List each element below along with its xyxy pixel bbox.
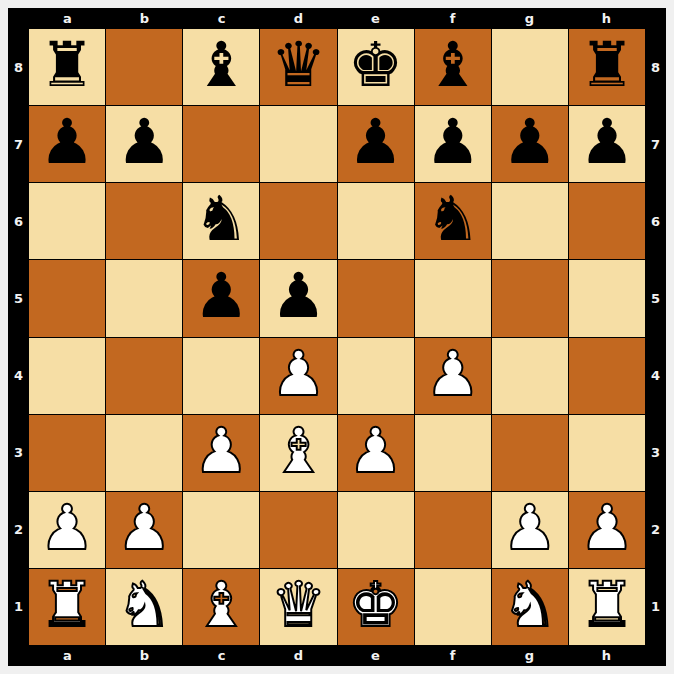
piece-black-pawn[interactable]: ♟	[271, 265, 327, 327]
rank-label-2: 2	[645, 491, 666, 568]
piece-black-pawn[interactable]: ♟	[425, 111, 481, 173]
square-e2[interactable]	[338, 492, 414, 568]
rank-labels-right: 87654321	[645, 29, 666, 645]
square-d3[interactable]: ♝	[260, 415, 336, 491]
file-label-e: e	[337, 645, 414, 666]
square-c1[interactable]: ♝	[183, 569, 259, 645]
file-label-f: f	[414, 8, 491, 29]
square-f4[interactable]: ♟	[415, 338, 491, 414]
square-c2[interactable]	[183, 492, 259, 568]
square-h4[interactable]	[569, 338, 645, 414]
piece-black-knight[interactable]: ♞	[194, 188, 250, 250]
square-f1[interactable]	[415, 569, 491, 645]
rank-label-5: 5	[8, 260, 29, 337]
piece-white-pawn[interactable]: ♟	[348, 420, 404, 482]
square-f7[interactable]: ♟	[415, 106, 491, 182]
piece-black-rook[interactable]: ♜	[579, 34, 635, 96]
square-c4[interactable]	[183, 338, 259, 414]
piece-white-pawn[interactable]: ♟	[116, 497, 172, 559]
square-d2[interactable]	[260, 492, 336, 568]
square-h3[interactable]	[569, 415, 645, 491]
square-h5[interactable]	[569, 260, 645, 336]
piece-white-pawn[interactable]: ♟	[502, 497, 558, 559]
square-h7[interactable]: ♟	[569, 106, 645, 182]
piece-white-knight[interactable]: ♞	[502, 574, 558, 636]
file-label-f: f	[414, 645, 491, 666]
rank-label-7: 7	[8, 106, 29, 183]
file-label-h: h	[568, 645, 645, 666]
square-e1[interactable]: ♚	[338, 569, 414, 645]
rank-label-1: 1	[8, 568, 29, 645]
square-g5[interactable]	[492, 260, 568, 336]
piece-white-pawn[interactable]: ♟	[194, 420, 250, 482]
rank-label-3: 3	[8, 414, 29, 491]
square-g2[interactable]: ♟	[492, 492, 568, 568]
square-b7[interactable]: ♟	[106, 106, 182, 182]
file-label-c: c	[183, 8, 260, 29]
piece-black-pawn[interactable]: ♟	[348, 111, 404, 173]
piece-black-bishop[interactable]: ♝	[194, 34, 250, 96]
file-label-a: a	[29, 8, 106, 29]
piece-white-pawn[interactable]: ♟	[579, 497, 635, 559]
rank-label-6: 6	[8, 183, 29, 260]
piece-black-pawn[interactable]: ♟	[579, 111, 635, 173]
piece-black-pawn[interactable]: ♟	[39, 111, 95, 173]
piece-black-pawn[interactable]: ♟	[116, 111, 172, 173]
piece-white-queen[interactable]: ♛	[271, 574, 327, 636]
chess-board-frame: abcdefgh abcdefgh 87654321 87654321 ♜♝♛♚…	[8, 8, 666, 666]
file-labels-top: abcdefgh	[29, 8, 645, 29]
rank-label-4: 4	[8, 337, 29, 414]
rank-labels-left: 87654321	[8, 29, 29, 645]
rank-label-8: 8	[645, 29, 666, 106]
file-labels-bottom: abcdefgh	[29, 645, 645, 666]
square-f3[interactable]	[415, 415, 491, 491]
piece-white-bishop[interactable]: ♝	[194, 574, 250, 636]
square-a5[interactable]	[29, 260, 105, 336]
square-a1[interactable]: ♜	[29, 569, 105, 645]
chess-board: ♜♝♛♚♝♜♟♟♟♟♟♟♞♞♟♟♟♟♟♝♟♟♟♟♟♜♞♝♛♚♞♜	[29, 29, 645, 645]
piece-white-pawn[interactable]: ♟	[271, 343, 327, 405]
piece-black-king[interactable]: ♚	[348, 34, 404, 96]
square-e8[interactable]: ♚	[338, 29, 414, 105]
square-d4[interactable]: ♟	[260, 338, 336, 414]
rank-label-2: 2	[8, 491, 29, 568]
square-b2[interactable]: ♟	[106, 492, 182, 568]
square-c5[interactable]: ♟	[183, 260, 259, 336]
rank-label-4: 4	[645, 337, 666, 414]
square-f5[interactable]	[415, 260, 491, 336]
piece-white-rook[interactable]: ♜	[579, 574, 635, 636]
square-b1[interactable]: ♞	[106, 569, 182, 645]
square-h1[interactable]: ♜	[569, 569, 645, 645]
file-label-g: g	[491, 645, 568, 666]
piece-black-pawn[interactable]: ♟	[502, 111, 558, 173]
piece-white-rook[interactable]: ♜	[39, 574, 95, 636]
square-b4[interactable]	[106, 338, 182, 414]
square-e7[interactable]: ♟	[338, 106, 414, 182]
square-a3[interactable]	[29, 415, 105, 491]
file-label-b: b	[106, 645, 183, 666]
rank-label-1: 1	[645, 568, 666, 645]
square-d1[interactable]: ♛	[260, 569, 336, 645]
piece-white-king[interactable]: ♚	[348, 574, 404, 636]
file-label-g: g	[491, 8, 568, 29]
rank-label-8: 8	[8, 29, 29, 106]
square-c3[interactable]: ♟	[183, 415, 259, 491]
square-b3[interactable]	[106, 415, 182, 491]
file-label-a: a	[29, 645, 106, 666]
square-c7[interactable]	[183, 106, 259, 182]
square-d6[interactable]	[260, 183, 336, 259]
square-d8[interactable]: ♛	[260, 29, 336, 105]
piece-white-knight[interactable]: ♞	[116, 574, 172, 636]
rank-label-5: 5	[645, 260, 666, 337]
piece-black-bishop[interactable]: ♝	[425, 34, 481, 96]
square-e3[interactable]: ♟	[338, 415, 414, 491]
square-a8[interactable]: ♜	[29, 29, 105, 105]
piece-white-bishop[interactable]: ♝	[271, 420, 327, 482]
square-a6[interactable]	[29, 183, 105, 259]
square-d7[interactable]	[260, 106, 336, 182]
square-a4[interactable]	[29, 338, 105, 414]
piece-black-queen[interactable]: ♛	[271, 34, 327, 96]
square-g1[interactable]: ♞	[492, 569, 568, 645]
square-g8[interactable]	[492, 29, 568, 105]
square-c6[interactable]: ♞	[183, 183, 259, 259]
square-b8[interactable]	[106, 29, 182, 105]
square-c8[interactable]: ♝	[183, 29, 259, 105]
piece-black-pawn[interactable]: ♟	[194, 265, 250, 327]
square-f8[interactable]: ♝	[415, 29, 491, 105]
square-g3[interactable]	[492, 415, 568, 491]
square-g4[interactable]	[492, 338, 568, 414]
square-h2[interactable]: ♟	[569, 492, 645, 568]
square-f6[interactable]: ♞	[415, 183, 491, 259]
piece-black-rook[interactable]: ♜	[39, 34, 95, 96]
square-h6[interactable]	[569, 183, 645, 259]
square-b5[interactable]	[106, 260, 182, 336]
piece-black-knight[interactable]: ♞	[425, 188, 481, 250]
file-label-d: d	[260, 645, 337, 666]
file-label-b: b	[106, 8, 183, 29]
square-e6[interactable]	[338, 183, 414, 259]
file-label-e: e	[337, 8, 414, 29]
square-e4[interactable]	[338, 338, 414, 414]
square-b6[interactable]	[106, 183, 182, 259]
rank-label-3: 3	[645, 414, 666, 491]
rank-label-6: 6	[645, 183, 666, 260]
square-h8[interactable]: ♜	[569, 29, 645, 105]
square-a7[interactable]: ♟	[29, 106, 105, 182]
file-label-h: h	[568, 8, 645, 29]
square-f2[interactable]	[415, 492, 491, 568]
square-a2[interactable]: ♟	[29, 492, 105, 568]
square-g7[interactable]: ♟	[492, 106, 568, 182]
square-d5[interactable]: ♟	[260, 260, 336, 336]
square-g6[interactable]	[492, 183, 568, 259]
square-e5[interactable]	[338, 260, 414, 336]
file-label-d: d	[260, 8, 337, 29]
piece-white-pawn[interactable]: ♟	[425, 343, 481, 405]
file-label-c: c	[183, 645, 260, 666]
piece-white-pawn[interactable]: ♟	[39, 497, 95, 559]
rank-label-7: 7	[645, 106, 666, 183]
